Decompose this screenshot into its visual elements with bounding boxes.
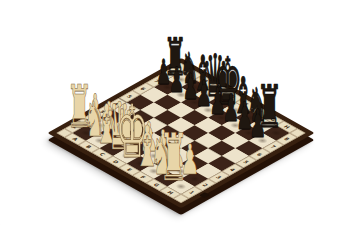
pieces-layer: ♜♞♝♛♚♝♞♜♟♟♟♟♟♟♟♟♟♟♟♟♟♟♟♟♜♞♝♛♚♝♞♜ [47, 58, 314, 208]
photo-background: 88AA77BB66CC55DD44EE33FF22GG11HH ♜♞♝♛♚♝♞… [0, 0, 340, 226]
chess-board: 88AA77BB66CC55DD44EE33FF22GG11HH ♜♞♝♛♚♝♞… [47, 58, 314, 208]
white-rook-icon: ♜ [157, 125, 191, 190]
black-pawn-icon: ♟ [241, 104, 275, 143]
